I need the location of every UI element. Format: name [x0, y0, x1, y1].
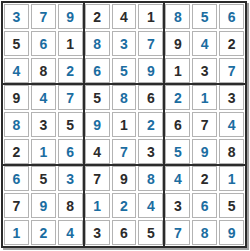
cell-r1c3[interactable]: 9 — [58, 4, 83, 29]
cell-r2c2[interactable]: 6 — [31, 31, 56, 56]
cell-r5c9[interactable]: 4 — [219, 112, 244, 137]
cell-r4c4[interactable]: 5 — [85, 85, 110, 110]
cell-r3c6[interactable]: 9 — [138, 58, 163, 83]
cell-r1c8[interactable]: 5 — [192, 4, 217, 29]
cell-r8c5[interactable]: 2 — [112, 193, 137, 218]
cell-r9c3[interactable]: 4 — [58, 220, 83, 245]
cell-r4c1[interactable]: 9 — [4, 85, 29, 110]
cell-r5c1[interactable]: 8 — [4, 112, 29, 137]
cell-r4c2[interactable]: 4 — [31, 85, 56, 110]
cell-r7c6[interactable]: 8 — [138, 166, 163, 191]
cell-r7c8[interactable]: 2 — [192, 166, 217, 191]
cell-r6c6[interactable]: 3 — [138, 139, 163, 164]
cell-r4c9[interactable]: 3 — [219, 85, 244, 110]
cell-r9c8[interactable]: 8 — [192, 220, 217, 245]
cell-r1c5[interactable]: 4 — [112, 4, 137, 29]
cell-r7c3[interactable]: 3 — [58, 166, 83, 191]
cell-r8c2[interactable]: 9 — [31, 193, 56, 218]
cell-r3c8[interactable]: 3 — [192, 58, 217, 83]
cell-r9c2[interactable]: 2 — [31, 220, 56, 245]
cell-r3c2[interactable]: 8 — [31, 58, 56, 83]
cell-r2c7[interactable]: 9 — [165, 31, 190, 56]
sudoku-board: 3792418565618379424826591379475862138359… — [1, 1, 247, 248]
cell-r2c5[interactable]: 3 — [112, 31, 137, 56]
cell-r8c4[interactable]: 1 — [85, 193, 110, 218]
cell-r2c6[interactable]: 7 — [138, 31, 163, 56]
cell-r8c8[interactable]: 6 — [192, 193, 217, 218]
cell-r3c1[interactable]: 4 — [4, 58, 29, 83]
cell-r3c9[interactable]: 7 — [219, 58, 244, 83]
cell-r6c4[interactable]: 4 — [85, 139, 110, 164]
cell-r7c9[interactable]: 1 — [219, 166, 244, 191]
cell-r5c2[interactable]: 3 — [31, 112, 56, 137]
cell-r1c2[interactable]: 7 — [31, 4, 56, 29]
cell-r8c6[interactable]: 4 — [138, 193, 163, 218]
cell-r4c8[interactable]: 1 — [192, 85, 217, 110]
cell-r5c6[interactable]: 2 — [138, 112, 163, 137]
cell-r1c9[interactable]: 6 — [219, 4, 244, 29]
cell-r4c7[interactable]: 2 — [165, 85, 190, 110]
cell-r3c4[interactable]: 6 — [85, 58, 110, 83]
cell-r6c3[interactable]: 6 — [58, 139, 83, 164]
cell-r8c7[interactable]: 3 — [165, 193, 190, 218]
cell-r2c1[interactable]: 5 — [4, 31, 29, 56]
cell-r2c4[interactable]: 8 — [85, 31, 110, 56]
cell-r5c8[interactable]: 7 — [192, 112, 217, 137]
cell-r4c5[interactable]: 8 — [112, 85, 137, 110]
cell-r1c4[interactable]: 2 — [85, 4, 110, 29]
sudoku-board-container: 3792418565618379424826591379475862138359… — [0, 0, 250, 251]
cell-r9c4[interactable]: 3 — [85, 220, 110, 245]
cell-r7c1[interactable]: 6 — [4, 166, 29, 191]
cell-r1c6[interactable]: 1 — [138, 4, 163, 29]
cell-r6c8[interactable]: 9 — [192, 139, 217, 164]
cell-r9c6[interactable]: 5 — [138, 220, 163, 245]
cell-r2c9[interactable]: 2 — [219, 31, 244, 56]
cell-r4c6[interactable]: 6 — [138, 85, 163, 110]
cell-r8c9[interactable]: 5 — [219, 193, 244, 218]
cell-r3c3[interactable]: 2 — [58, 58, 83, 83]
cell-r6c7[interactable]: 5 — [165, 139, 190, 164]
cell-r5c3[interactable]: 5 — [58, 112, 83, 137]
cell-r9c1[interactable]: 1 — [4, 220, 29, 245]
cell-r3c5[interactable]: 5 — [112, 58, 137, 83]
cell-r6c2[interactable]: 1 — [31, 139, 56, 164]
cell-r6c9[interactable]: 8 — [219, 139, 244, 164]
cell-r8c3[interactable]: 8 — [58, 193, 83, 218]
cell-r5c7[interactable]: 6 — [165, 112, 190, 137]
cell-r3c7[interactable]: 1 — [165, 58, 190, 83]
cell-r9c7[interactable]: 7 — [165, 220, 190, 245]
cell-r2c3[interactable]: 1 — [58, 31, 83, 56]
cell-r6c1[interactable]: 2 — [4, 139, 29, 164]
cell-r6c5[interactable]: 7 — [112, 139, 137, 164]
cell-r7c4[interactable]: 7 — [85, 166, 110, 191]
cell-r2c8[interactable]: 4 — [192, 31, 217, 56]
cell-r5c4[interactable]: 9 — [85, 112, 110, 137]
cell-r1c1[interactable]: 3 — [4, 4, 29, 29]
cell-r1c7[interactable]: 8 — [165, 4, 190, 29]
cell-r9c5[interactable]: 6 — [112, 220, 137, 245]
cell-r4c3[interactable]: 7 — [58, 85, 83, 110]
cell-r9c9[interactable]: 9 — [219, 220, 244, 245]
cell-r7c5[interactable]: 9 — [112, 166, 137, 191]
cell-r7c2[interactable]: 5 — [31, 166, 56, 191]
cell-r8c1[interactable]: 7 — [4, 193, 29, 218]
cell-r7c7[interactable]: 4 — [165, 166, 190, 191]
cell-r5c5[interactable]: 1 — [112, 112, 137, 137]
